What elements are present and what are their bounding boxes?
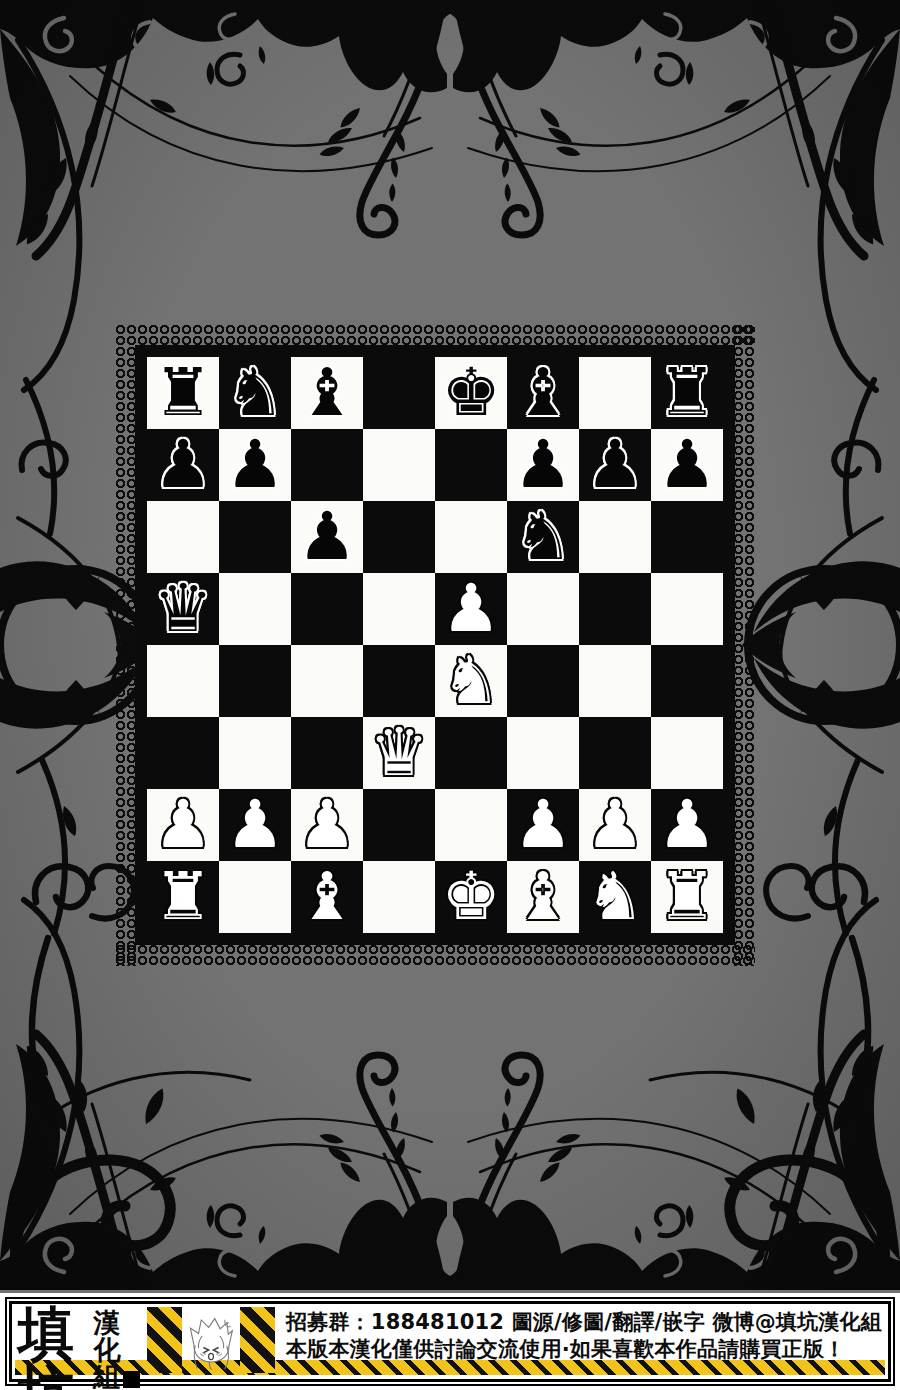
square-c4 bbox=[291, 645, 363, 717]
square-c8: ♝ bbox=[291, 357, 363, 429]
square-d7 bbox=[363, 429, 435, 501]
square-b5 bbox=[219, 573, 291, 645]
square-g2: ♟ bbox=[579, 789, 651, 861]
square-f3 bbox=[507, 717, 579, 789]
square-b8: ♞ bbox=[219, 357, 291, 429]
piece-black-bishop: ♝ bbox=[297, 357, 356, 429]
square-e1: ♚ bbox=[435, 861, 507, 933]
square-f4 bbox=[507, 645, 579, 717]
scanlation-group-logo: 填坑 漢化 組 bbox=[18, 1307, 140, 1390]
square-d4 bbox=[363, 645, 435, 717]
square-a4 bbox=[147, 645, 219, 717]
square-h6 bbox=[651, 501, 723, 573]
square-a1: ♜ bbox=[147, 861, 219, 933]
credits-footer: 填坑 漢化 組 bbox=[0, 1293, 900, 1390]
lace-border-left bbox=[115, 324, 137, 966]
square-c5 bbox=[291, 573, 363, 645]
square-b1 bbox=[219, 861, 291, 933]
credits-bar: 填坑 漢化 組 bbox=[9, 1301, 891, 1382]
piece-white-rook: ♜ bbox=[657, 861, 716, 933]
piece-white-king: ♚ bbox=[441, 861, 500, 933]
square-c7 bbox=[291, 429, 363, 501]
square-b4 bbox=[219, 645, 291, 717]
square-f8: ♝ bbox=[507, 357, 579, 429]
square-f1: ♝ bbox=[507, 861, 579, 933]
hazard-stripe-panel-left-icon bbox=[147, 1307, 182, 1373]
piece-black-king: ♚ bbox=[441, 357, 500, 429]
piece-white-rook: ♜ bbox=[153, 861, 212, 933]
black-square-icon bbox=[123, 1371, 140, 1388]
square-g8 bbox=[579, 357, 651, 429]
square-a6 bbox=[147, 501, 219, 573]
manga-page: ♜♞♝♚♝♜♟♟♟♟♟♟♞♛♟♞♛♟♟♟♟♟♟♜♝♚♝♞♜ 填坑 漢化 組 bbox=[0, 0, 900, 1390]
piece-white-pawn: ♟ bbox=[513, 789, 572, 861]
piece-white-knight: ♞ bbox=[441, 645, 500, 717]
square-b3 bbox=[219, 717, 291, 789]
square-h7: ♟ bbox=[651, 429, 723, 501]
piece-white-pawn: ♟ bbox=[585, 789, 644, 861]
square-b2: ♟ bbox=[219, 789, 291, 861]
square-d2 bbox=[363, 789, 435, 861]
piece-white-pawn: ♟ bbox=[153, 789, 212, 861]
square-f7: ♟ bbox=[507, 429, 579, 501]
square-e7 bbox=[435, 429, 507, 501]
square-e5: ♟ bbox=[435, 573, 507, 645]
piece-white-pawn: ♟ bbox=[441, 573, 500, 645]
square-d6 bbox=[363, 501, 435, 573]
credit-text: 招募群：188481012 圖源/修圖/翻譯/嵌字 微博@填坑漢化組 本版本漢化… bbox=[286, 1309, 882, 1363]
square-a8: ♜ bbox=[147, 357, 219, 429]
square-h8: ♜ bbox=[651, 357, 723, 429]
square-b6 bbox=[219, 501, 291, 573]
square-e8: ♚ bbox=[435, 357, 507, 429]
square-g4 bbox=[579, 645, 651, 717]
piece-white-pawn: ♟ bbox=[297, 789, 356, 861]
lace-border-top bbox=[115, 324, 755, 346]
square-e2 bbox=[435, 789, 507, 861]
square-c3 bbox=[291, 717, 363, 789]
piece-black-queen: ♛ bbox=[153, 573, 212, 645]
square-h2: ♟ bbox=[651, 789, 723, 861]
logo-sub-text-2: 組 bbox=[93, 1363, 120, 1390]
square-a2: ♟ bbox=[147, 789, 219, 861]
piece-white-knight: ♞ bbox=[585, 861, 644, 933]
piece-black-bishop: ♝ bbox=[513, 357, 572, 429]
square-e3 bbox=[435, 717, 507, 789]
square-f6: ♞ bbox=[507, 501, 579, 573]
piece-black-pawn: ♟ bbox=[225, 429, 284, 501]
square-c1: ♝ bbox=[291, 861, 363, 933]
square-h4 bbox=[651, 645, 723, 717]
square-a5: ♛ bbox=[147, 573, 219, 645]
piece-black-pawn: ♟ bbox=[297, 501, 356, 573]
lace-border-right bbox=[733, 324, 755, 966]
piece-black-pawn: ♟ bbox=[657, 429, 716, 501]
piece-white-queen: ♛ bbox=[369, 717, 428, 789]
square-d1 bbox=[363, 861, 435, 933]
square-e4: ♞ bbox=[435, 645, 507, 717]
piece-white-pawn: ♟ bbox=[225, 789, 284, 861]
square-d8 bbox=[363, 357, 435, 429]
credit-line-1: 招募群：188481012 圖源/修圖/翻譯/嵌字 微博@填坑漢化組 bbox=[286, 1309, 882, 1336]
square-a3 bbox=[147, 717, 219, 789]
square-g6 bbox=[579, 501, 651, 573]
piece-white-pawn: ♟ bbox=[657, 789, 716, 861]
square-d3: ♛ bbox=[363, 717, 435, 789]
square-f2: ♟ bbox=[507, 789, 579, 861]
square-h1: ♜ bbox=[651, 861, 723, 933]
square-c6: ♟ bbox=[291, 501, 363, 573]
piece-black-pawn: ♟ bbox=[513, 429, 572, 501]
square-h5 bbox=[651, 573, 723, 645]
square-d5 bbox=[363, 573, 435, 645]
logo-sub-text: 漢化 bbox=[93, 1309, 140, 1363]
square-b7: ♟ bbox=[219, 429, 291, 501]
chess-board: ♜♞♝♚♝♜♟♟♟♟♟♟♞♛♟♞♛♟♟♟♟♟♟♜♝♚♝♞♜ bbox=[147, 357, 723, 933]
piece-white-bishop: ♝ bbox=[297, 861, 356, 933]
square-g7: ♟ bbox=[579, 429, 651, 501]
lace-border-bottom bbox=[115, 944, 755, 966]
hazard-stripe-panel-right-icon bbox=[240, 1307, 275, 1373]
square-g1: ♞ bbox=[579, 861, 651, 933]
piece-black-pawn: ♟ bbox=[153, 429, 212, 501]
square-f5 bbox=[507, 573, 579, 645]
square-h3 bbox=[651, 717, 723, 789]
square-g3 bbox=[579, 717, 651, 789]
square-c2: ♟ bbox=[291, 789, 363, 861]
chibi-girl-icon bbox=[187, 1307, 234, 1379]
piece-black-rook: ♜ bbox=[657, 357, 716, 429]
logo-main-text: 填坑 bbox=[18, 1305, 91, 1390]
piece-black-pawn: ♟ bbox=[585, 429, 644, 501]
credit-line-2: 本版本漢化僅供討論交流使用·如果喜歡本作品請購買正版！ bbox=[286, 1336, 882, 1363]
piece-white-bishop: ♝ bbox=[513, 861, 572, 933]
piece-black-knight: ♞ bbox=[513, 501, 572, 573]
piece-black-rook: ♜ bbox=[153, 357, 212, 429]
piece-black-knight: ♞ bbox=[225, 357, 284, 429]
square-e6 bbox=[435, 501, 507, 573]
square-g5 bbox=[579, 573, 651, 645]
square-a7: ♟ bbox=[147, 429, 219, 501]
